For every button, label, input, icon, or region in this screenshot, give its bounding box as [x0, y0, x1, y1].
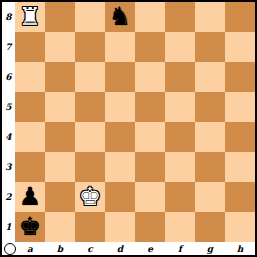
square-a5[interactable] [15, 92, 45, 122]
square-a4[interactable] [15, 122, 45, 152]
square-e8[interactable] [135, 2, 165, 32]
square-e2[interactable] [135, 182, 165, 212]
white-rook[interactable]: ♜ [19, 2, 41, 32]
square-f4[interactable] [165, 122, 195, 152]
square-b5[interactable] [45, 92, 75, 122]
chess-board-frame: 87654321 ♜♞♟♚♚ abcdefgh [0, 0, 257, 257]
chess-board: ♜♞♟♚♚ [15, 2, 255, 242]
rank-labels: 87654321 [2, 2, 15, 242]
square-b8[interactable] [45, 2, 75, 32]
square-c4[interactable] [75, 122, 105, 152]
black-king[interactable]: ♚ [19, 212, 41, 242]
square-a7[interactable] [15, 32, 45, 62]
square-h8[interactable] [225, 2, 255, 32]
square-c3[interactable] [75, 152, 105, 182]
square-c6[interactable] [75, 62, 105, 92]
square-d7[interactable] [105, 32, 135, 62]
square-d3[interactable] [105, 152, 135, 182]
side-to-move-indicator [4, 243, 16, 255]
file-label-e: e [135, 242, 165, 255]
square-f3[interactable] [165, 152, 195, 182]
square-b7[interactable] [45, 32, 75, 62]
square-f7[interactable] [165, 32, 195, 62]
square-b3[interactable] [45, 152, 75, 182]
square-f5[interactable] [165, 92, 195, 122]
square-g3[interactable] [195, 152, 225, 182]
square-h2[interactable] [225, 182, 255, 212]
file-label-c: c [75, 242, 105, 255]
square-e4[interactable] [135, 122, 165, 152]
square-d5[interactable] [105, 92, 135, 122]
square-g4[interactable] [195, 122, 225, 152]
file-label-d: d [105, 242, 135, 255]
square-e5[interactable] [135, 92, 165, 122]
square-b6[interactable] [45, 62, 75, 92]
square-e7[interactable] [135, 32, 165, 62]
square-g5[interactable] [195, 92, 225, 122]
square-f2[interactable] [165, 182, 195, 212]
rank-label-3: 3 [2, 152, 15, 182]
square-a3[interactable] [15, 152, 45, 182]
square-a6[interactable] [15, 62, 45, 92]
square-c1[interactable] [75, 212, 105, 242]
rank-label-6: 6 [2, 62, 15, 92]
square-d8[interactable]: ♞ [105, 2, 135, 32]
square-a8[interactable]: ♜ [15, 2, 45, 32]
square-c8[interactable] [75, 2, 105, 32]
file-label-g: g [195, 242, 225, 255]
black-pawn[interactable]: ♟ [19, 182, 41, 212]
square-a1[interactable]: ♚ [15, 212, 45, 242]
file-label-h: h [225, 242, 255, 255]
square-d2[interactable] [105, 182, 135, 212]
square-g1[interactable] [195, 212, 225, 242]
square-h4[interactable] [225, 122, 255, 152]
square-f1[interactable] [165, 212, 195, 242]
square-h5[interactable] [225, 92, 255, 122]
square-h3[interactable] [225, 152, 255, 182]
square-g7[interactable] [195, 32, 225, 62]
square-a2[interactable]: ♟ [15, 182, 45, 212]
square-e1[interactable] [135, 212, 165, 242]
square-b4[interactable] [45, 122, 75, 152]
square-g2[interactable] [195, 182, 225, 212]
square-e3[interactable] [135, 152, 165, 182]
rank-label-8: 8 [2, 2, 15, 32]
rank-label-1: 1 [2, 212, 15, 242]
square-h1[interactable] [225, 212, 255, 242]
file-label-a: a [15, 242, 45, 255]
square-h6[interactable] [225, 62, 255, 92]
square-d4[interactable] [105, 122, 135, 152]
square-c2[interactable]: ♚ [75, 182, 105, 212]
square-d1[interactable] [105, 212, 135, 242]
square-b1[interactable] [45, 212, 75, 242]
file-label-b: b [45, 242, 75, 255]
square-d6[interactable] [105, 62, 135, 92]
white-king[interactable]: ♚ [79, 182, 101, 212]
file-label-f: f [165, 242, 195, 255]
rank-label-7: 7 [2, 32, 15, 62]
square-b2[interactable] [45, 182, 75, 212]
rank-label-5: 5 [2, 92, 15, 122]
square-c5[interactable] [75, 92, 105, 122]
square-e6[interactable] [135, 62, 165, 92]
file-labels: abcdefgh [15, 242, 255, 255]
black-knight[interactable]: ♞ [109, 2, 131, 32]
square-f8[interactable] [165, 2, 195, 32]
square-h7[interactable] [225, 32, 255, 62]
rank-label-2: 2 [2, 182, 15, 212]
square-g6[interactable] [195, 62, 225, 92]
rank-label-4: 4 [2, 122, 15, 152]
square-f6[interactable] [165, 62, 195, 92]
square-c7[interactable] [75, 32, 105, 62]
square-g8[interactable] [195, 2, 225, 32]
